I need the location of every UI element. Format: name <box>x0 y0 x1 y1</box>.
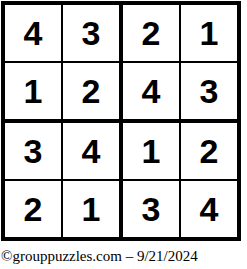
cell-r1c3[interactable]: 2 <box>123 5 181 63</box>
cell-r2c2[interactable]: 2 <box>63 63 123 123</box>
sudoku-board: 4 3 2 1 1 2 4 3 3 4 1 2 2 1 3 4 <box>1 1 241 241</box>
cell-r1c2[interactable]: 3 <box>63 5 123 63</box>
cell-r4c3[interactable]: 3 <box>123 181 181 237</box>
cell-r4c2[interactable]: 1 <box>63 181 123 237</box>
cell-r3c1[interactable]: 3 <box>5 123 63 181</box>
cell-r2c4[interactable]: 3 <box>181 63 237 123</box>
copyright-credit: ©grouppuzzles.com – 9/21/2024 <box>1 248 198 265</box>
cell-r4c1[interactable]: 2 <box>5 181 63 237</box>
cell-r3c3[interactable]: 1 <box>123 123 181 181</box>
cell-r3c4[interactable]: 2 <box>181 123 237 181</box>
cell-r3c2[interactable]: 4 <box>63 123 123 181</box>
cell-r1c1[interactable]: 4 <box>5 5 63 63</box>
cell-r1c4[interactable]: 1 <box>181 5 237 63</box>
cell-r2c3[interactable]: 4 <box>123 63 181 123</box>
cell-r2c1[interactable]: 1 <box>5 63 63 123</box>
cell-r4c4[interactable]: 4 <box>181 181 237 237</box>
